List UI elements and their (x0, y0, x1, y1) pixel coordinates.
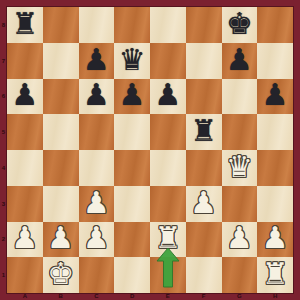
square-g2[interactable]: ♟ (222, 222, 258, 258)
square-d7[interactable]: ♛ (114, 43, 150, 79)
square-d4[interactable] (114, 150, 150, 186)
square-h7[interactable] (257, 43, 293, 79)
square-e6[interactable]: ♟ (150, 79, 186, 115)
piece-black-rook[interactable]: ♜ (11, 9, 38, 39)
rank-label-7: 7 (0, 43, 7, 79)
rank-label-1: 1 (0, 257, 7, 293)
square-d1[interactable] (114, 257, 150, 293)
square-b3[interactable] (43, 186, 79, 222)
piece-black-pawn[interactable]: ♟ (11, 80, 38, 110)
piece-white-king[interactable]: ♚ (47, 259, 74, 289)
file-label-a: A (7, 292, 43, 300)
square-h2[interactable]: ♟ (257, 222, 293, 258)
square-e5[interactable] (150, 114, 186, 150)
square-d8[interactable] (114, 7, 150, 43)
square-g7[interactable]: ♟ (222, 43, 258, 79)
piece-white-pawn[interactable]: ♟ (47, 223, 74, 253)
square-e8[interactable] (150, 7, 186, 43)
square-d2[interactable] (114, 222, 150, 258)
piece-black-king[interactable]: ♚ (226, 9, 253, 39)
square-d3[interactable] (114, 186, 150, 222)
square-g1[interactable] (222, 257, 258, 293)
square-e1[interactable] (150, 257, 186, 293)
square-b1[interactable]: ♚ (43, 257, 79, 293)
piece-white-queen[interactable]: ♛ (226, 152, 253, 182)
square-c6[interactable]: ♟ (79, 79, 115, 115)
rank-label-8: 8 (0, 7, 7, 43)
piece-white-pawn[interactable]: ♟ (262, 223, 289, 253)
square-b4[interactable] (43, 150, 79, 186)
square-g6[interactable] (222, 79, 258, 115)
rank-label-5: 5 (0, 114, 7, 150)
piece-black-queen[interactable]: ♛ (119, 45, 146, 75)
square-c5[interactable] (79, 114, 115, 150)
square-b6[interactable] (43, 79, 79, 115)
square-c8[interactable] (79, 7, 115, 43)
square-g3[interactable] (222, 186, 258, 222)
piece-black-pawn[interactable]: ♟ (262, 80, 289, 110)
square-h4[interactable] (257, 150, 293, 186)
square-f8[interactable] (186, 7, 222, 43)
square-b5[interactable] (43, 114, 79, 150)
square-h8[interactable] (257, 7, 293, 43)
piece-white-pawn[interactable]: ♟ (226, 223, 253, 253)
square-f6[interactable] (186, 79, 222, 115)
square-c4[interactable] (79, 150, 115, 186)
square-b2[interactable]: ♟ (43, 222, 79, 258)
file-label-e: E (150, 292, 186, 300)
file-label-c: C (79, 292, 115, 300)
file-label-b: B (43, 292, 79, 300)
square-a4[interactable] (7, 150, 43, 186)
piece-white-rook[interactable]: ♜ (154, 223, 181, 253)
piece-white-pawn[interactable]: ♟ (11, 223, 38, 253)
square-f2[interactable] (186, 222, 222, 258)
square-f5[interactable]: ♜ (186, 114, 222, 150)
square-a7[interactable] (7, 43, 43, 79)
piece-black-pawn[interactable]: ♟ (154, 80, 181, 110)
square-g5[interactable] (222, 114, 258, 150)
file-label-f: F (186, 292, 222, 300)
square-f7[interactable] (186, 43, 222, 79)
square-h3[interactable] (257, 186, 293, 222)
square-d5[interactable] (114, 114, 150, 150)
square-c3[interactable]: ♟ (79, 186, 115, 222)
piece-white-pawn[interactable]: ♟ (83, 223, 110, 253)
square-a3[interactable] (7, 186, 43, 222)
file-label-g: G (222, 292, 258, 300)
rank-label-4: 4 (0, 150, 7, 186)
piece-white-pawn[interactable]: ♟ (83, 188, 110, 218)
square-e3[interactable] (150, 186, 186, 222)
square-a1[interactable] (7, 257, 43, 293)
piece-black-pawn[interactable]: ♟ (83, 80, 110, 110)
square-b7[interactable] (43, 43, 79, 79)
square-a2[interactable]: ♟ (7, 222, 43, 258)
square-g4[interactable]: ♛ (222, 150, 258, 186)
rank-label-3: 3 (0, 186, 7, 222)
square-a6[interactable]: ♟ (7, 79, 43, 115)
square-h1[interactable]: ♜ (257, 257, 293, 293)
square-c2[interactable]: ♟ (79, 222, 115, 258)
square-f4[interactable] (186, 150, 222, 186)
file-label-h: H (257, 292, 293, 300)
rank-label-2: 2 (0, 222, 7, 258)
square-e2[interactable]: ♜ (150, 222, 186, 258)
rank-label-6: 6 (0, 79, 7, 115)
square-a8[interactable]: ♜ (7, 7, 43, 43)
square-c7[interactable]: ♟ (79, 43, 115, 79)
piece-black-rook[interactable]: ♜ (190, 116, 217, 146)
piece-white-rook[interactable]: ♜ (262, 259, 289, 289)
square-h6[interactable]: ♟ (257, 79, 293, 115)
piece-white-pawn[interactable]: ♟ (190, 188, 217, 218)
square-e4[interactable] (150, 150, 186, 186)
chess-board-frame: ♜♚♟♛♟♟♟♟♟♟♜♛♟♟♟♟♟♜♟♟♚♜ 87654321 ABCDEFGH (0, 0, 300, 300)
square-d6[interactable]: ♟ (114, 79, 150, 115)
square-a5[interactable] (7, 114, 43, 150)
square-f1[interactable] (186, 257, 222, 293)
board: ♜♚♟♛♟♟♟♟♟♟♜♛♟♟♟♟♟♜♟♟♚♜ (7, 7, 293, 293)
square-h5[interactable] (257, 114, 293, 150)
square-c1[interactable] (79, 257, 115, 293)
file-label-d: D (114, 292, 150, 300)
square-e7[interactable] (150, 43, 186, 79)
square-b8[interactable] (43, 7, 79, 43)
square-g8[interactable]: ♚ (222, 7, 258, 43)
piece-black-pawn[interactable]: ♟ (119, 80, 146, 110)
square-f3[interactable]: ♟ (186, 186, 222, 222)
piece-black-pawn[interactable]: ♟ (83, 45, 110, 75)
piece-black-pawn[interactable]: ♟ (226, 45, 253, 75)
